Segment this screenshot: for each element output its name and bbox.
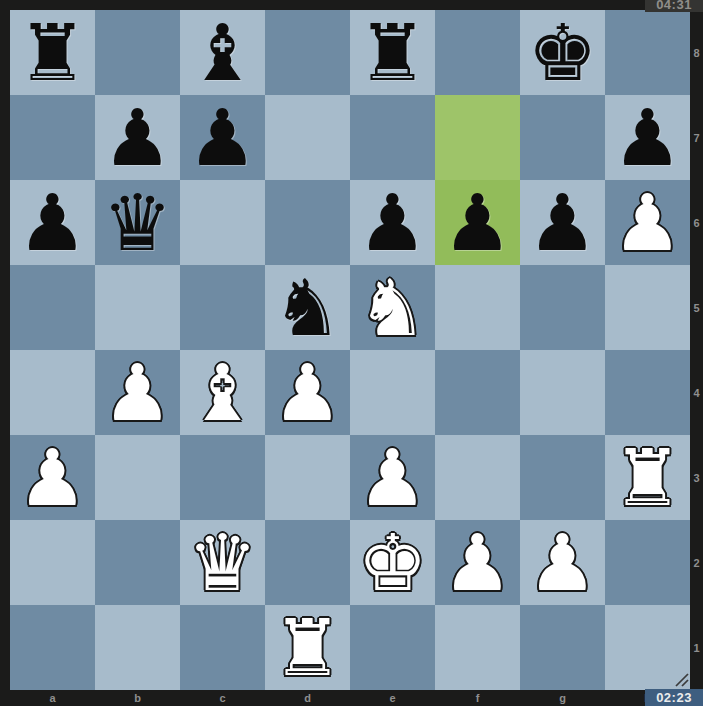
square-h6[interactable]: ♟ — [605, 180, 690, 265]
square-h3[interactable]: ♜ — [605, 435, 690, 520]
rank-label-7: 7 — [690, 95, 703, 180]
piece-white-pawn[interactable]: ♟ — [520, 520, 605, 605]
rank-coordinates: 87654321 — [690, 10, 703, 690]
square-b1[interactable] — [95, 605, 180, 690]
square-a7[interactable] — [10, 95, 95, 180]
square-b4[interactable]: ♟ — [95, 350, 180, 435]
square-g1[interactable] — [520, 605, 605, 690]
square-b6[interactable]: ♛ — [95, 180, 180, 265]
piece-white-knight[interactable]: ♞ — [350, 265, 435, 350]
square-e6[interactable]: ♟ — [350, 180, 435, 265]
piece-black-pawn[interactable]: ♟ — [520, 180, 605, 265]
piece-black-pawn[interactable]: ♟ — [95, 95, 180, 180]
board-resize-handle-icon[interactable] — [671, 669, 691, 689]
rank-label-6: 6 — [690, 180, 703, 265]
piece-white-queen[interactable]: ♛ — [180, 520, 265, 605]
square-a1[interactable] — [10, 605, 95, 690]
piece-black-rook[interactable]: ♜ — [350, 10, 435, 95]
piece-black-pawn[interactable]: ♟ — [350, 180, 435, 265]
square-g6[interactable]: ♟ — [520, 180, 605, 265]
piece-white-rook[interactable]: ♜ — [265, 605, 350, 690]
square-d6[interactable] — [265, 180, 350, 265]
piece-black-pawn[interactable]: ♟ — [435, 180, 520, 265]
square-a5[interactable] — [10, 265, 95, 350]
file-label-a: a — [10, 690, 95, 706]
piece-white-pawn[interactable]: ♟ — [605, 180, 690, 265]
square-g3[interactable] — [520, 435, 605, 520]
piece-black-bishop[interactable]: ♝ — [180, 10, 265, 95]
square-h8[interactable] — [605, 10, 690, 95]
square-h4[interactable] — [605, 350, 690, 435]
square-g4[interactable] — [520, 350, 605, 435]
square-c4[interactable]: ♝ — [180, 350, 265, 435]
square-e8[interactable]: ♜ — [350, 10, 435, 95]
square-c3[interactable] — [180, 435, 265, 520]
square-d3[interactable] — [265, 435, 350, 520]
chess-app: { "game": "chess", "position": { "fen": … — [0, 0, 703, 706]
square-c1[interactable] — [180, 605, 265, 690]
square-a8[interactable]: ♜ — [10, 10, 95, 95]
piece-black-pawn[interactable]: ♟ — [10, 180, 95, 265]
square-d5[interactable]: ♞ — [265, 265, 350, 350]
piece-black-king[interactable]: ♚ — [520, 10, 605, 95]
square-e2[interactable]: ♚ — [350, 520, 435, 605]
square-d4[interactable]: ♟ — [265, 350, 350, 435]
chess-board: ♜♝♜♚♟♟♟♟♛♟♟♟♟♞♞♟♝♟♟♟♜♛♚♟♟♜ — [10, 10, 690, 690]
square-e1[interactable] — [350, 605, 435, 690]
square-g8[interactable]: ♚ — [520, 10, 605, 95]
square-g5[interactable] — [520, 265, 605, 350]
square-d8[interactable] — [265, 10, 350, 95]
square-f3[interactable] — [435, 435, 520, 520]
rank-label-4: 4 — [690, 350, 703, 435]
square-b7[interactable]: ♟ — [95, 95, 180, 180]
piece-white-pawn[interactable]: ♟ — [265, 350, 350, 435]
square-h5[interactable] — [605, 265, 690, 350]
square-c8[interactable]: ♝ — [180, 10, 265, 95]
file-label-b: b — [95, 690, 180, 706]
piece-white-king[interactable]: ♚ — [350, 520, 435, 605]
opponent-clock-time: 04:31 — [656, 0, 692, 12]
square-b5[interactable] — [95, 265, 180, 350]
square-f6[interactable]: ♟ — [435, 180, 520, 265]
player-clock: 02:23 — [645, 689, 703, 706]
rank-label-8: 8 — [690, 10, 703, 95]
piece-white-pawn[interactable]: ♟ — [95, 350, 180, 435]
piece-white-pawn[interactable]: ♟ — [10, 435, 95, 520]
rank-label-2: 2 — [690, 520, 703, 605]
opponent-clock: 04:31 — [645, 0, 703, 12]
square-f8[interactable] — [435, 10, 520, 95]
square-f1[interactable] — [435, 605, 520, 690]
square-c7[interactable]: ♟ — [180, 95, 265, 180]
square-b8[interactable] — [95, 10, 180, 95]
piece-black-queen[interactable]: ♛ — [95, 180, 180, 265]
file-label-f: f — [435, 690, 520, 706]
square-f5[interactable] — [435, 265, 520, 350]
square-h2[interactable] — [605, 520, 690, 605]
square-d1[interactable]: ♜ — [265, 605, 350, 690]
piece-white-rook[interactable]: ♜ — [605, 435, 690, 520]
square-a4[interactable] — [10, 350, 95, 435]
square-e7[interactable] — [350, 95, 435, 180]
square-f7[interactable] — [435, 95, 520, 180]
square-f4[interactable] — [435, 350, 520, 435]
file-label-e: e — [350, 690, 435, 706]
file-label-g: g — [520, 690, 605, 706]
square-b3[interactable] — [95, 435, 180, 520]
piece-white-pawn[interactable]: ♟ — [350, 435, 435, 520]
rank-label-1: 1 — [690, 605, 703, 690]
square-e4[interactable] — [350, 350, 435, 435]
piece-black-rook[interactable]: ♜ — [10, 10, 95, 95]
file-coordinates: abcdefgh — [10, 690, 690, 706]
player-clock-time: 02:23 — [656, 690, 692, 705]
square-a2[interactable] — [10, 520, 95, 605]
piece-black-pawn[interactable]: ♟ — [180, 95, 265, 180]
square-b2[interactable] — [95, 520, 180, 605]
rank-label-3: 3 — [690, 435, 703, 520]
piece-white-bishop[interactable]: ♝ — [180, 350, 265, 435]
square-d2[interactable] — [265, 520, 350, 605]
square-f2[interactable]: ♟ — [435, 520, 520, 605]
square-h7[interactable]: ♟ — [605, 95, 690, 180]
square-g2[interactable]: ♟ — [520, 520, 605, 605]
piece-black-pawn[interactable]: ♟ — [605, 95, 690, 180]
square-a6[interactable]: ♟ — [10, 180, 95, 265]
square-g7[interactable] — [520, 95, 605, 180]
piece-white-pawn[interactable]: ♟ — [435, 520, 520, 605]
rank-label-5: 5 — [690, 265, 703, 350]
piece-black-knight[interactable]: ♞ — [265, 265, 350, 350]
square-a3[interactable]: ♟ — [10, 435, 95, 520]
file-label-d: d — [265, 690, 350, 706]
square-d7[interactable] — [265, 95, 350, 180]
file-label-c: c — [180, 690, 265, 706]
square-c6[interactable] — [180, 180, 265, 265]
square-e5[interactable]: ♞ — [350, 265, 435, 350]
square-c5[interactable] — [180, 265, 265, 350]
square-c2[interactable]: ♛ — [180, 520, 265, 605]
square-e3[interactable]: ♟ — [350, 435, 435, 520]
